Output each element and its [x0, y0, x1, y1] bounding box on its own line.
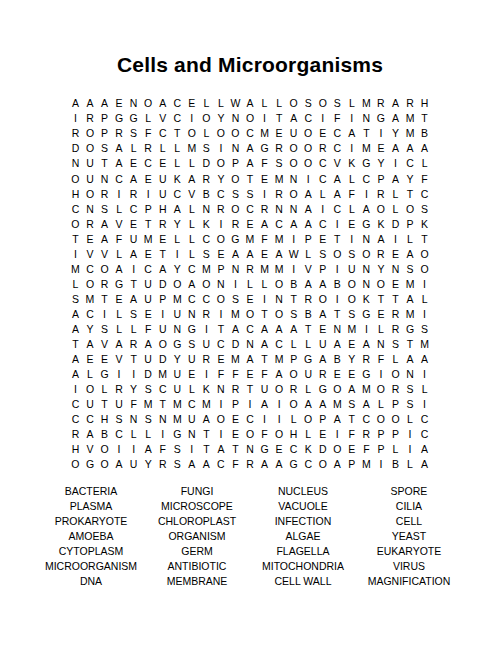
grid-cell-r11c6[interactable]: E	[141, 246, 156, 261]
grid-cell-r9c20[interactable]: E	[345, 216, 360, 231]
grid-cell-r17c10[interactable]: U	[199, 337, 214, 352]
grid-cell-r8c1[interactable]: C	[68, 201, 83, 216]
grid-cell-r20c23[interactable]: R	[388, 382, 403, 397]
grid-cell-r17c23[interactable]: S	[388, 337, 403, 352]
grid-cell-r25c19[interactable]: A	[330, 457, 345, 472]
grid-cell-r5c1[interactable]: N	[68, 156, 83, 171]
grid-cell-r23c24[interactable]: I	[403, 427, 418, 442]
grid-cell-r23c15[interactable]: O	[272, 427, 287, 442]
grid-cell-r2c4[interactable]: G	[112, 111, 127, 126]
grid-cell-r19c16[interactable]: O	[286, 367, 301, 382]
grid-cell-r11c24[interactable]: A	[403, 246, 418, 261]
grid-cell-r23c2[interactable]: A	[83, 427, 98, 442]
grid-cell-r25c10[interactable]: A	[199, 457, 214, 472]
grid-cell-r14c1[interactable]: S	[68, 292, 83, 307]
grid-cell-r8c13[interactable]: C	[243, 201, 258, 216]
grid-cell-r2c8[interactable]: C	[170, 111, 185, 126]
grid-cell-r2c24[interactable]: M	[403, 111, 418, 126]
grid-cell-r19c14[interactable]: F	[257, 367, 272, 382]
grid-cell-r7c11[interactable]: C	[214, 186, 229, 201]
grid-cell-r12c19[interactable]: I	[330, 262, 345, 277]
grid-cell-r20c25[interactable]: L	[417, 382, 432, 397]
grid-cell-r9c6[interactable]: T	[141, 216, 156, 231]
grid-cell-r8c15[interactable]: N	[272, 201, 287, 216]
grid-cell-r24c10[interactable]: T	[199, 442, 214, 457]
grid-cell-r23c20[interactable]: F	[345, 427, 360, 442]
grid-cell-r21c21[interactable]: A	[359, 397, 374, 412]
grid-cell-r5c20[interactable]: K	[345, 156, 360, 171]
grid-cell-r15c10[interactable]: R	[199, 307, 214, 322]
grid-cell-r4c19[interactable]: C	[330, 141, 345, 156]
grid-cell-r10c22[interactable]: A	[374, 231, 389, 246]
grid-cell-r5c17[interactable]: O	[301, 156, 316, 171]
grid-cell-r1c9[interactable]: E	[185, 96, 200, 111]
grid-cell-r1c23[interactable]: A	[388, 96, 403, 111]
grid-cell-r21c20[interactable]: S	[345, 397, 360, 412]
grid-cell-r5c11[interactable]: O	[214, 156, 229, 171]
grid-cell-r5c6[interactable]: C	[141, 156, 156, 171]
grid-cell-r1c19[interactable]: S	[330, 96, 345, 111]
grid-cell-r18c23[interactable]: L	[388, 352, 403, 367]
grid-cell-r21c14[interactable]: A	[257, 397, 272, 412]
grid-cell-r22c10[interactable]: A	[199, 412, 214, 427]
grid-cell-r3c7[interactable]: C	[155, 126, 170, 141]
grid-cell-r21c19[interactable]: M	[330, 397, 345, 412]
grid-cell-r6c4[interactable]: C	[112, 171, 127, 186]
grid-cell-r25c14[interactable]: A	[257, 457, 272, 472]
grid-cell-r19c11[interactable]: F	[214, 367, 229, 382]
grid-cell-r2c20[interactable]: I	[345, 111, 360, 126]
grid-cell-r22c24[interactable]: L	[403, 412, 418, 427]
grid-cell-r6c21[interactable]: C	[359, 171, 374, 186]
grid-cell-r16c22[interactable]: L	[374, 322, 389, 337]
grid-cell-r11c20[interactable]: S	[345, 246, 360, 261]
grid-cell-r10c19[interactable]: T	[330, 231, 345, 246]
grid-cell-r4c24[interactable]: A	[403, 141, 418, 156]
grid-cell-r9c8[interactable]: Y	[170, 216, 185, 231]
grid-cell-r3c9[interactable]: O	[185, 126, 200, 141]
grid-cell-r4c4[interactable]: A	[112, 141, 127, 156]
grid-cell-r15c19[interactable]: T	[330, 307, 345, 322]
grid-cell-r16c2[interactable]: Y	[83, 322, 98, 337]
grid-cell-r19c21[interactable]: G	[359, 367, 374, 382]
grid-cell-r16c13[interactable]: C	[243, 322, 258, 337]
grid-cell-r21c5[interactable]: F	[126, 397, 141, 412]
grid-cell-r24c19[interactable]: O	[330, 442, 345, 457]
grid-cell-r3c10[interactable]: L	[199, 126, 214, 141]
grid-cell-r3c2[interactable]: O	[83, 126, 98, 141]
grid-cell-r20c4[interactable]: R	[112, 382, 127, 397]
grid-cell-r2c19[interactable]: F	[330, 111, 345, 126]
grid-cell-r2c5[interactable]: G	[126, 111, 141, 126]
grid-cell-r3c21[interactable]: T	[359, 126, 374, 141]
grid-cell-r16c11[interactable]: T	[214, 322, 229, 337]
grid-cell-r10c7[interactable]: E	[155, 231, 170, 246]
grid-cell-r10c9[interactable]: L	[185, 231, 200, 246]
grid-cell-r14c11[interactable]: O	[214, 292, 229, 307]
grid-cell-r10c15[interactable]: M	[272, 231, 287, 246]
grid-cell-r10c23[interactable]: I	[388, 231, 403, 246]
grid-cell-r15c11[interactable]: I	[214, 307, 229, 322]
grid-cell-r9c12[interactable]: R	[228, 216, 243, 231]
grid-cell-r2c9[interactable]: I	[185, 111, 200, 126]
grid-cell-r10c8[interactable]: L	[170, 231, 185, 246]
grid-cell-r19c22[interactable]: I	[374, 367, 389, 382]
grid-cell-r11c9[interactable]: L	[185, 246, 200, 261]
grid-cell-r6c24[interactable]: Y	[403, 171, 418, 186]
grid-cell-r23c25[interactable]: C	[417, 427, 432, 442]
grid-cell-r4c18[interactable]: R	[315, 141, 330, 156]
grid-cell-r18c10[interactable]: R	[199, 352, 214, 367]
grid-cell-r16c3[interactable]: S	[97, 322, 112, 337]
grid-cell-r22c9[interactable]: U	[185, 412, 200, 427]
grid-cell-r15c6[interactable]: E	[141, 307, 156, 322]
grid-cell-r17c20[interactable]: E	[345, 337, 360, 352]
grid-cell-r18c13[interactable]: A	[243, 352, 258, 367]
grid-cell-r15c21[interactable]: G	[359, 307, 374, 322]
grid-cell-r19c9[interactable]: E	[185, 367, 200, 382]
grid-cell-r12c17[interactable]: V	[301, 262, 316, 277]
grid-cell-r15c1[interactable]: A	[68, 307, 83, 322]
grid-cell-r24c21[interactable]: F	[359, 442, 374, 457]
grid-cell-r18c7[interactable]: D	[155, 352, 170, 367]
grid-cell-r3c23[interactable]: Y	[388, 126, 403, 141]
grid-cell-r20c7[interactable]: C	[155, 382, 170, 397]
grid-cell-r21c23[interactable]: P	[388, 397, 403, 412]
grid-cell-r17c24[interactable]: T	[403, 337, 418, 352]
grid-cell-r3c3[interactable]: P	[97, 126, 112, 141]
grid-cell-r25c20[interactable]: P	[345, 457, 360, 472]
grid-cell-r15c15[interactable]: O	[272, 307, 287, 322]
grid-cell-r6c19[interactable]: A	[330, 171, 345, 186]
grid-cell-r7c5[interactable]: R	[126, 186, 141, 201]
grid-cell-r6c22[interactable]: P	[374, 171, 389, 186]
grid-cell-r25c18[interactable]: O	[315, 457, 330, 472]
grid-cell-r10c14[interactable]: F	[257, 231, 272, 246]
grid-cell-r4c20[interactable]: I	[345, 141, 360, 156]
grid-cell-r5c3[interactable]: T	[97, 156, 112, 171]
grid-cell-r2c12[interactable]: N	[228, 111, 243, 126]
grid-cell-r8c24[interactable]: O	[403, 201, 418, 216]
grid-cell-r5c8[interactable]: L	[170, 156, 185, 171]
grid-cell-r18c2[interactable]: E	[83, 352, 98, 367]
grid-cell-r4c9[interactable]: M	[185, 141, 200, 156]
grid-cell-r5c19[interactable]: V	[330, 156, 345, 171]
grid-cell-r18c19[interactable]: B	[330, 352, 345, 367]
grid-cell-r11c7[interactable]: T	[155, 246, 170, 261]
grid-cell-r23c11[interactable]: I	[214, 427, 229, 442]
grid-cell-r8c14[interactable]: R	[257, 201, 272, 216]
grid-cell-r25c11[interactable]: C	[214, 457, 229, 472]
grid-cell-r10c20[interactable]: I	[345, 231, 360, 246]
grid-cell-r15c17[interactable]: B	[301, 307, 316, 322]
grid-cell-r12c20[interactable]: U	[345, 262, 360, 277]
grid-cell-r8c8[interactable]: A	[170, 201, 185, 216]
grid-cell-r20c19[interactable]: O	[330, 382, 345, 397]
grid-cell-r13c7[interactable]: D	[155, 277, 170, 292]
grid-cell-r14c25[interactable]: L	[417, 292, 432, 307]
grid-cell-r19c15[interactable]: A	[272, 367, 287, 382]
grid-cell-r23c4[interactable]: C	[112, 427, 127, 442]
grid-cell-r4c10[interactable]: S	[199, 141, 214, 156]
grid-cell-r3c11[interactable]: O	[214, 126, 229, 141]
grid-cell-r13c8[interactable]: O	[170, 277, 185, 292]
grid-cell-r22c20[interactable]: T	[345, 412, 360, 427]
grid-cell-r13c13[interactable]: L	[243, 277, 258, 292]
grid-cell-r8c4[interactable]: L	[112, 201, 127, 216]
grid-cell-r7c7[interactable]: U	[155, 186, 170, 201]
grid-cell-r14c19[interactable]: I	[330, 292, 345, 307]
grid-cell-r15c18[interactable]: A	[315, 307, 330, 322]
grid-cell-r17c2[interactable]: A	[83, 337, 98, 352]
grid-cell-r8c6[interactable]: P	[141, 201, 156, 216]
grid-cell-r14c4[interactable]: E	[112, 292, 127, 307]
grid-cell-r12c16[interactable]: I	[286, 262, 301, 277]
grid-cell-r25c1[interactable]: O	[68, 457, 83, 472]
grid-cell-r25c3[interactable]: O	[97, 457, 112, 472]
grid-cell-r13c11[interactable]: N	[214, 277, 229, 292]
grid-cell-r15c22[interactable]: E	[374, 307, 389, 322]
grid-cell-r19c25[interactable]: I	[417, 367, 432, 382]
grid-cell-r9c1[interactable]: O	[68, 216, 83, 231]
grid-cell-r14c7[interactable]: P	[155, 292, 170, 307]
grid-cell-r21c9[interactable]: C	[185, 397, 200, 412]
grid-cell-r5c22[interactable]: Y	[374, 156, 389, 171]
grid-cell-r5c13[interactable]: A	[243, 156, 258, 171]
grid-cell-r18c20[interactable]: Y	[345, 352, 360, 367]
grid-cell-r19c1[interactable]: A	[68, 367, 83, 382]
grid-cell-r6c11[interactable]: Y	[214, 171, 229, 186]
grid-cell-r1c4[interactable]: E	[112, 96, 127, 111]
grid-cell-r6c16[interactable]: N	[286, 171, 301, 186]
grid-cell-r5c2[interactable]: U	[83, 156, 98, 171]
grid-cell-r5c15[interactable]: S	[272, 156, 287, 171]
grid-cell-r11c19[interactable]: O	[330, 246, 345, 261]
grid-cell-r12c8[interactable]: Y	[170, 262, 185, 277]
grid-cell-r23c22[interactable]: P	[374, 427, 389, 442]
grid-cell-r17c11[interactable]: C	[214, 337, 229, 352]
grid-cell-r22c2[interactable]: C	[83, 412, 98, 427]
grid-cell-r15c20[interactable]: S	[345, 307, 360, 322]
grid-cell-r2c25[interactable]: T	[417, 111, 432, 126]
grid-cell-r16c6[interactable]: F	[141, 322, 156, 337]
grid-cell-r1c16[interactable]: O	[286, 96, 301, 111]
grid-cell-r24c12[interactable]: T	[228, 442, 243, 457]
grid-cell-r7c16[interactable]: O	[286, 186, 301, 201]
grid-cell-r3c15[interactable]: E	[272, 126, 287, 141]
grid-cell-r6c6[interactable]: E	[141, 171, 156, 186]
grid-cell-r17c19[interactable]: A	[330, 337, 345, 352]
grid-cell-r14c20[interactable]: O	[345, 292, 360, 307]
grid-cell-r12c3[interactable]: O	[97, 262, 112, 277]
grid-cell-r17c18[interactable]: U	[315, 337, 330, 352]
grid-cell-r11c5[interactable]: A	[126, 246, 141, 261]
grid-cell-r4c15[interactable]: R	[272, 141, 287, 156]
grid-cell-r2c18[interactable]: I	[315, 111, 330, 126]
grid-cell-r9c5[interactable]: E	[126, 216, 141, 231]
grid-cell-r21c17[interactable]: A	[301, 397, 316, 412]
grid-cell-r12c7[interactable]: A	[155, 262, 170, 277]
grid-cell-r20c1[interactable]: I	[68, 382, 83, 397]
grid-cell-r1c24[interactable]: R	[403, 96, 418, 111]
grid-cell-r18c17[interactable]: G	[301, 352, 316, 367]
grid-cell-r22c21[interactable]: C	[359, 412, 374, 427]
grid-cell-r16c19[interactable]: N	[330, 322, 345, 337]
grid-cell-r19c4[interactable]: I	[112, 367, 127, 382]
grid-cell-r3c25[interactable]: B	[417, 126, 432, 141]
grid-cell-r24c20[interactable]: E	[345, 442, 360, 457]
grid-cell-r17c1[interactable]: T	[68, 337, 83, 352]
grid-cell-r10c12[interactable]: G	[228, 231, 243, 246]
grid-cell-r3c6[interactable]: F	[141, 126, 156, 141]
grid-cell-r17c6[interactable]: A	[141, 337, 156, 352]
grid-cell-r9c19[interactable]: I	[330, 216, 345, 231]
grid-cell-r17c14[interactable]: A	[257, 337, 272, 352]
grid-cell-r7c15[interactable]: R	[272, 186, 287, 201]
grid-cell-r14c15[interactable]: N	[272, 292, 287, 307]
grid-cell-r14c13[interactable]: E	[243, 292, 258, 307]
grid-cell-r7c25[interactable]: C	[417, 186, 432, 201]
grid-cell-r13c24[interactable]: M	[403, 277, 418, 292]
grid-cell-r16c4[interactable]: L	[112, 322, 127, 337]
grid-cell-r14c12[interactable]: S	[228, 292, 243, 307]
grid-cell-r25c13[interactable]: R	[243, 457, 258, 472]
grid-cell-r9c22[interactable]: K	[374, 216, 389, 231]
grid-cell-r8c25[interactable]: S	[417, 201, 432, 216]
grid-cell-r3c20[interactable]: A	[345, 126, 360, 141]
grid-cell-r1c25[interactable]: H	[417, 96, 432, 111]
grid-cell-r24c4[interactable]: I	[112, 442, 127, 457]
grid-cell-r10c4[interactable]: F	[112, 231, 127, 246]
grid-cell-r25c21[interactable]: M	[359, 457, 374, 472]
grid-cell-r6c5[interactable]: A	[126, 171, 141, 186]
grid-cell-r8c3[interactable]: S	[97, 201, 112, 216]
grid-cell-r7c18[interactable]: L	[315, 186, 330, 201]
grid-cell-r7c12[interactable]: S	[228, 186, 243, 201]
grid-cell-r12c25[interactable]: O	[417, 262, 432, 277]
grid-cell-r21c6[interactable]: M	[141, 397, 156, 412]
grid-cell-r6c20[interactable]: L	[345, 171, 360, 186]
grid-cell-r9c16[interactable]: A	[286, 216, 301, 231]
grid-cell-r9c10[interactable]: K	[199, 216, 214, 231]
grid-cell-r12c14[interactable]: M	[257, 262, 272, 277]
grid-cell-r18c15[interactable]: M	[272, 352, 287, 367]
grid-cell-r13c21[interactable]: N	[359, 277, 374, 292]
grid-cell-r21c2[interactable]: U	[83, 397, 98, 412]
grid-cell-r22c8[interactable]: M	[170, 412, 185, 427]
grid-cell-r25c15[interactable]: A	[272, 457, 287, 472]
grid-cell-r23c5[interactable]: L	[126, 427, 141, 442]
grid-cell-r22c25[interactable]: C	[417, 412, 432, 427]
grid-cell-r6c17[interactable]: I	[301, 171, 316, 186]
grid-cell-r17c5[interactable]: R	[126, 337, 141, 352]
grid-cell-r5c25[interactable]: L	[417, 156, 432, 171]
grid-cell-r3c1[interactable]: R	[68, 126, 83, 141]
grid-cell-r18c9[interactable]: U	[185, 352, 200, 367]
grid-cell-r15c12[interactable]: M	[228, 307, 243, 322]
grid-cell-r13c20[interactable]: O	[345, 277, 360, 292]
grid-cell-r19c8[interactable]: U	[170, 367, 185, 382]
grid-cell-r4c8[interactable]: L	[170, 141, 185, 156]
grid-cell-r21c7[interactable]: T	[155, 397, 170, 412]
grid-cell-r22c6[interactable]: S	[141, 412, 156, 427]
grid-cell-r21c18[interactable]: A	[315, 397, 330, 412]
grid-cell-r17c9[interactable]: S	[185, 337, 200, 352]
grid-cell-r7c19[interactable]: A	[330, 186, 345, 201]
grid-cell-r22c14[interactable]: I	[257, 412, 272, 427]
grid-cell-r15c13[interactable]: O	[243, 307, 258, 322]
grid-cell-r12c10[interactable]: M	[199, 262, 214, 277]
grid-cell-r12c12[interactable]: N	[228, 262, 243, 277]
grid-cell-r17c4[interactable]: A	[112, 337, 127, 352]
grid-cell-r8c11[interactable]: R	[214, 201, 229, 216]
grid-cell-r9c9[interactable]: L	[185, 216, 200, 231]
grid-cell-r5c4[interactable]: A	[112, 156, 127, 171]
grid-cell-r20c2[interactable]: O	[83, 382, 98, 397]
grid-cell-r1c10[interactable]: L	[199, 96, 214, 111]
grid-cell-r17c22[interactable]: N	[374, 337, 389, 352]
grid-cell-r15c14[interactable]: T	[257, 307, 272, 322]
grid-cell-r23c23[interactable]: P	[388, 427, 403, 442]
grid-cell-r13c9[interactable]: A	[185, 277, 200, 292]
grid-cell-r1c1[interactable]: A	[68, 96, 83, 111]
grid-cell-r7c20[interactable]: F	[345, 186, 360, 201]
grid-cell-r6c10[interactable]: R	[199, 171, 214, 186]
grid-cell-r14c5[interactable]: A	[126, 292, 141, 307]
grid-cell-r8c7[interactable]: H	[155, 201, 170, 216]
grid-cell-r17c21[interactable]: A	[359, 337, 374, 352]
grid-cell-r15c3[interactable]: I	[97, 307, 112, 322]
grid-cell-r13c18[interactable]: A	[315, 277, 330, 292]
grid-cell-r12c11[interactable]: P	[214, 262, 229, 277]
grid-cell-r23c21[interactable]: R	[359, 427, 374, 442]
grid-cell-r14c8[interactable]: M	[170, 292, 185, 307]
grid-cell-r20c17[interactable]: L	[301, 382, 316, 397]
grid-cell-r24c9[interactable]: I	[185, 442, 200, 457]
grid-cell-r19c24[interactable]: N	[403, 367, 418, 382]
grid-cell-r15c5[interactable]: S	[126, 307, 141, 322]
grid-cell-r18c18[interactable]: A	[315, 352, 330, 367]
grid-cell-r8c2[interactable]: N	[83, 201, 98, 216]
grid-cell-r4c14[interactable]: G	[257, 141, 272, 156]
grid-cell-r24c8[interactable]: S	[170, 442, 185, 457]
grid-cell-r21c10[interactable]: M	[199, 397, 214, 412]
grid-cell-r21c8[interactable]: M	[170, 397, 185, 412]
grid-cell-r19c13[interactable]: E	[243, 367, 258, 382]
grid-cell-r20c8[interactable]: U	[170, 382, 185, 397]
grid-cell-r7c14[interactable]: I	[257, 186, 272, 201]
grid-cell-r25c2[interactable]: G	[83, 457, 98, 472]
grid-cell-r1c8[interactable]: C	[170, 96, 185, 111]
grid-cell-r13c5[interactable]: T	[126, 277, 141, 292]
grid-cell-r25c12[interactable]: F	[228, 457, 243, 472]
grid-cell-r13c10[interactable]: O	[199, 277, 214, 292]
grid-cell-r16c14[interactable]: A	[257, 322, 272, 337]
grid-cell-r9c17[interactable]: A	[301, 216, 316, 231]
grid-cell-r19c20[interactable]: E	[345, 367, 360, 382]
grid-cell-r17c25[interactable]: M	[417, 337, 432, 352]
grid-cell-r13c14[interactable]: L	[257, 277, 272, 292]
grid-cell-r21c22[interactable]: L	[374, 397, 389, 412]
grid-cell-r11c2[interactable]: V	[83, 246, 98, 261]
grid-cell-r7c9[interactable]: V	[185, 186, 200, 201]
grid-cell-r2c21[interactable]: N	[359, 111, 374, 126]
grid-cell-r11c22[interactable]: R	[374, 246, 389, 261]
grid-cell-r18c25[interactable]: A	[417, 352, 432, 367]
grid-cell-r10c1[interactable]: T	[68, 231, 83, 246]
grid-cell-r2c7[interactable]: V	[155, 111, 170, 126]
grid-cell-r6c25[interactable]: F	[417, 171, 432, 186]
